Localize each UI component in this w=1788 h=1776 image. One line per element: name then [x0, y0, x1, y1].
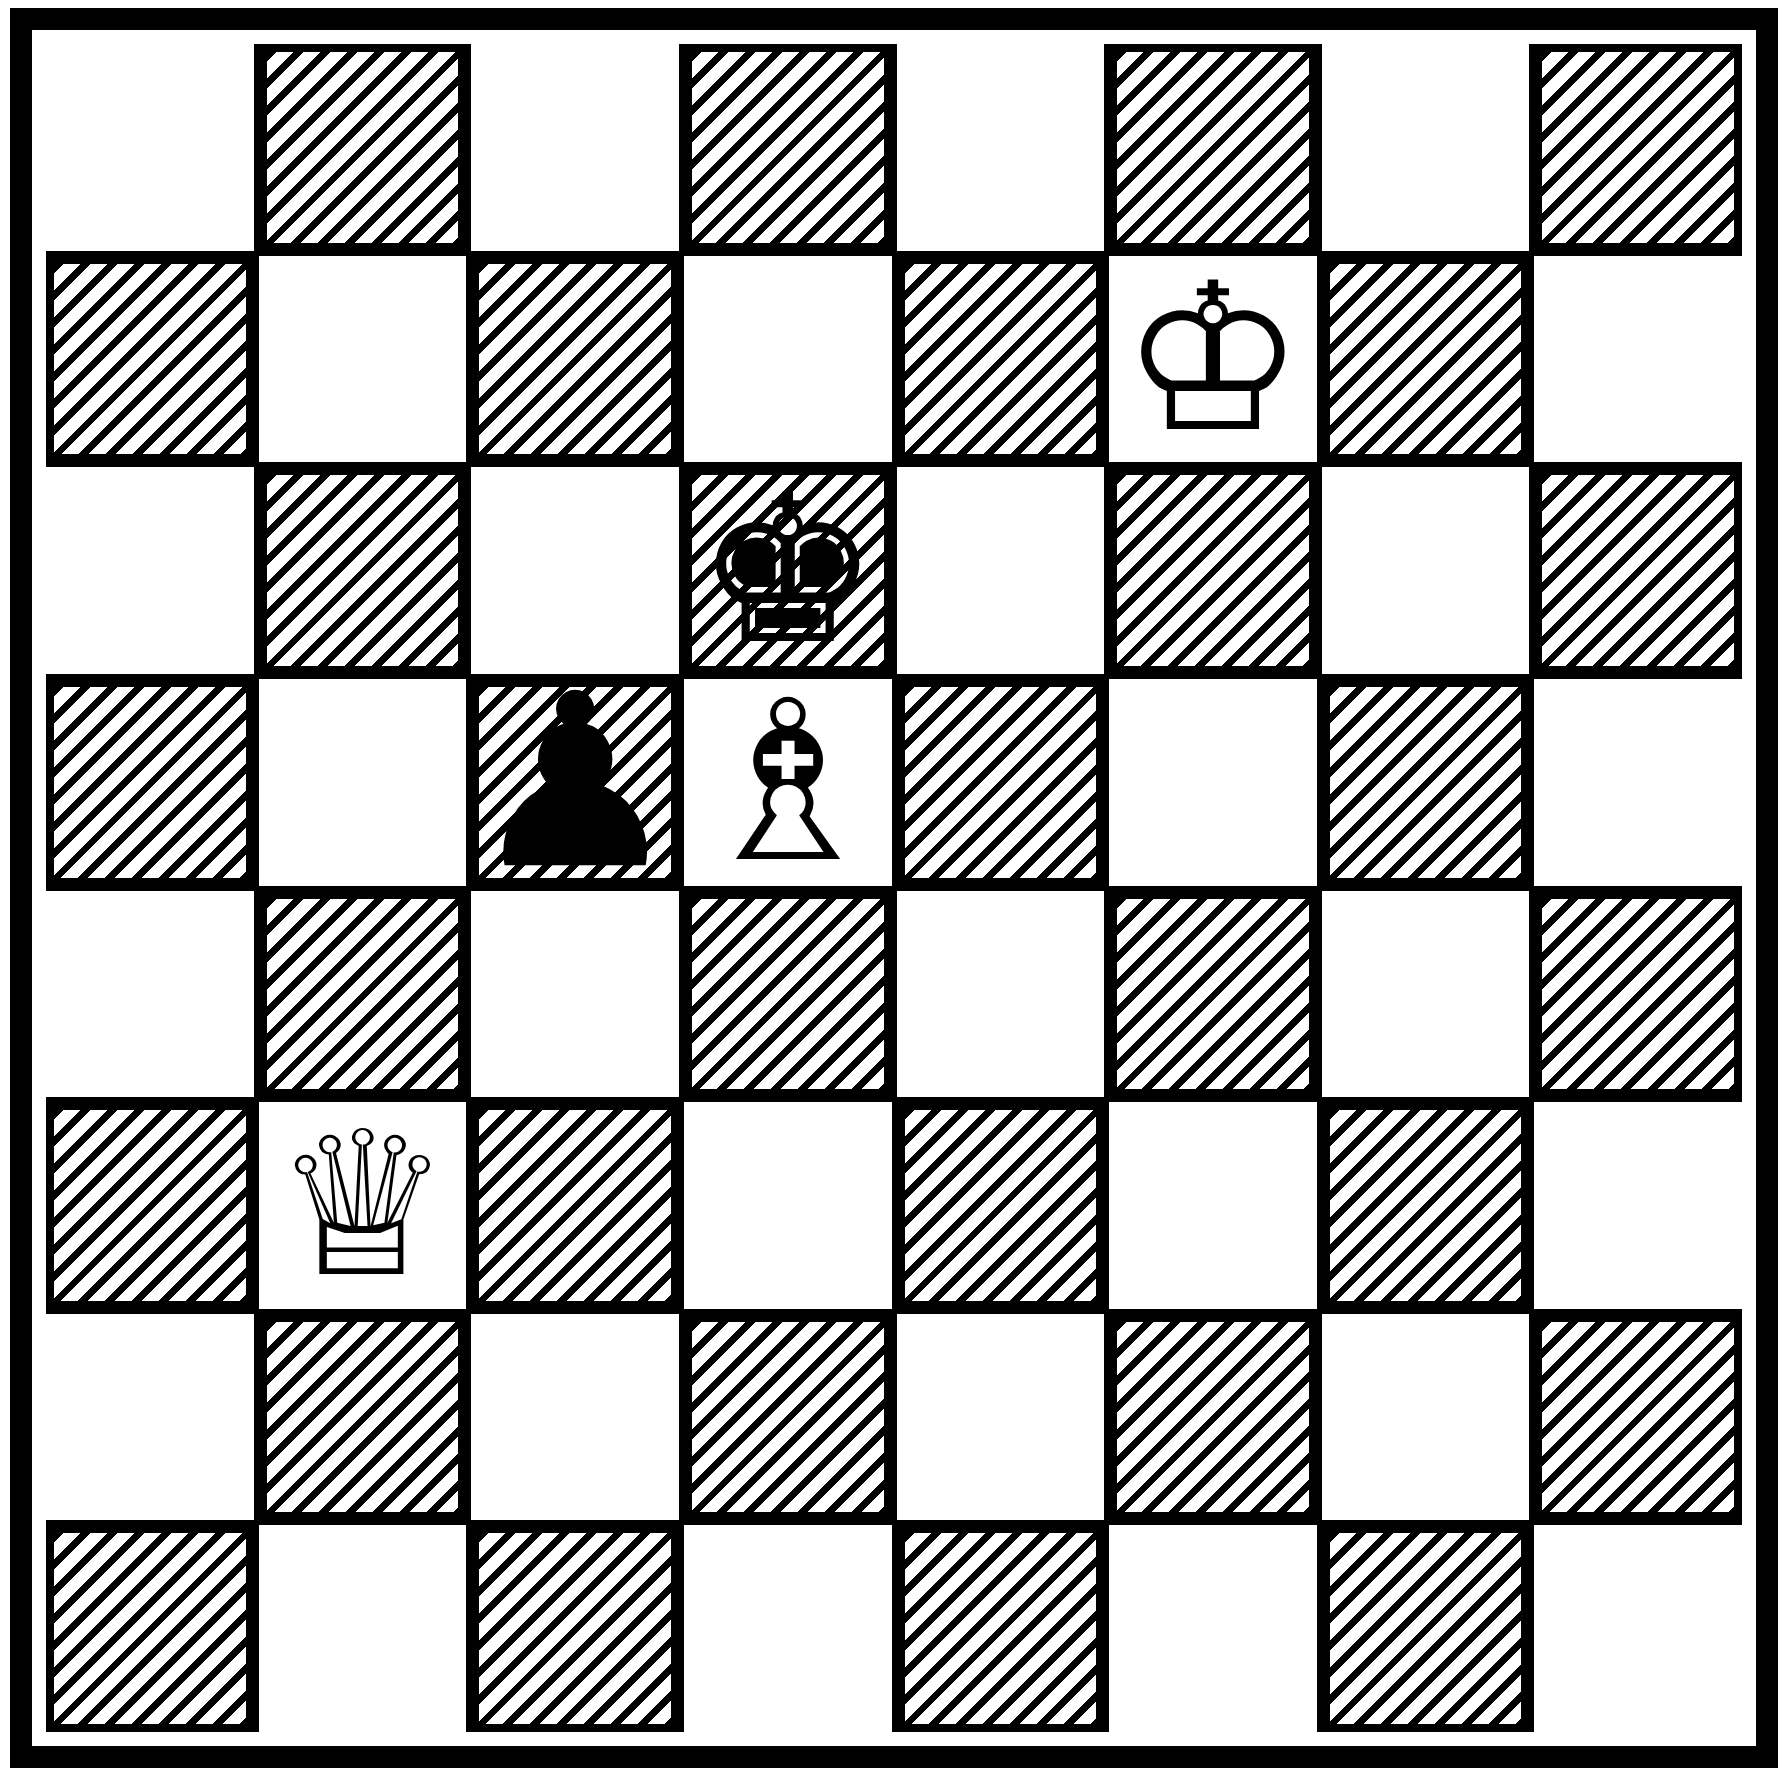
square-b3[interactable]: ♕ [259, 1102, 467, 1309]
square-g4[interactable] [1322, 891, 1530, 1098]
square-f1[interactable] [1109, 1525, 1317, 1732]
square-e4[interactable] [897, 891, 1105, 1098]
square-c6[interactable] [471, 467, 679, 674]
square-c3[interactable] [471, 1102, 679, 1309]
square-g6[interactable] [1322, 467, 1530, 674]
square-e2[interactable] [897, 1314, 1105, 1521]
square-a1[interactable] [46, 1525, 254, 1732]
square-h6[interactable] [1534, 467, 1742, 674]
square-b8[interactable] [259, 44, 467, 251]
square-h7[interactable] [1534, 256, 1742, 463]
white-bishop: ♗ [688, 679, 887, 886]
square-h5[interactable] [1534, 679, 1742, 886]
square-e6[interactable] [897, 467, 1105, 674]
square-a2[interactable] [46, 1314, 254, 1521]
square-b7[interactable] [259, 256, 467, 463]
square-b1[interactable] [259, 1525, 467, 1732]
square-h8[interactable] [1534, 44, 1742, 251]
square-f5[interactable] [1109, 679, 1317, 886]
square-e8[interactable] [897, 44, 1105, 251]
square-a3[interactable] [46, 1102, 254, 1309]
square-d4[interactable] [684, 891, 892, 1098]
square-d2[interactable] [684, 1314, 892, 1521]
square-e7[interactable] [897, 256, 1105, 463]
square-f8[interactable] [1109, 44, 1317, 251]
black-pawn: ♟ [471, 679, 679, 886]
square-a6[interactable] [46, 467, 254, 674]
square-a8[interactable] [46, 44, 254, 251]
square-e1[interactable] [897, 1525, 1105, 1732]
square-b5[interactable] [259, 679, 467, 886]
chess-board: ♔♚♟♗♕ [46, 44, 1742, 1732]
square-a7[interactable] [46, 256, 254, 463]
square-f2[interactable] [1109, 1314, 1317, 1521]
square-g5[interactable] [1322, 679, 1530, 886]
square-d7[interactable] [684, 256, 892, 463]
square-f7[interactable]: ♔ [1109, 256, 1317, 463]
square-c1[interactable] [471, 1525, 679, 1732]
square-b6[interactable] [259, 467, 467, 674]
square-g8[interactable] [1322, 44, 1530, 251]
square-f3[interactable] [1109, 1102, 1317, 1309]
square-d3[interactable] [684, 1102, 892, 1309]
square-c2[interactable] [471, 1314, 679, 1521]
board-frame: ♔♚♟♗♕ [10, 8, 1778, 1768]
square-d1[interactable] [684, 1525, 892, 1732]
square-g1[interactable] [1322, 1525, 1530, 1732]
white-king: ♔ [1121, 256, 1305, 461]
black-king: ♚ [696, 468, 880, 673]
square-b4[interactable] [259, 891, 467, 1098]
white-queen: ♕ [273, 1105, 452, 1305]
square-a5[interactable] [46, 679, 254, 886]
square-h1[interactable] [1534, 1525, 1742, 1732]
square-e5[interactable] [897, 679, 1105, 886]
square-d8[interactable] [684, 44, 892, 251]
square-g7[interactable] [1322, 256, 1530, 463]
square-a4[interactable] [46, 891, 254, 1098]
square-g3[interactable] [1322, 1102, 1530, 1309]
square-c8[interactable] [471, 44, 679, 251]
square-e3[interactable] [897, 1102, 1105, 1309]
square-c5[interactable]: ♟ [471, 679, 679, 886]
square-f6[interactable] [1109, 467, 1317, 674]
square-d6[interactable]: ♚ [684, 467, 892, 674]
square-h3[interactable] [1534, 1102, 1742, 1309]
square-c4[interactable] [471, 891, 679, 1098]
square-b2[interactable] [259, 1314, 467, 1521]
square-f4[interactable] [1109, 891, 1317, 1098]
square-h2[interactable] [1534, 1314, 1742, 1521]
square-d5[interactable]: ♗ [684, 679, 892, 886]
square-g2[interactable] [1322, 1314, 1530, 1521]
square-c7[interactable] [471, 256, 679, 463]
square-h4[interactable] [1534, 891, 1742, 1098]
